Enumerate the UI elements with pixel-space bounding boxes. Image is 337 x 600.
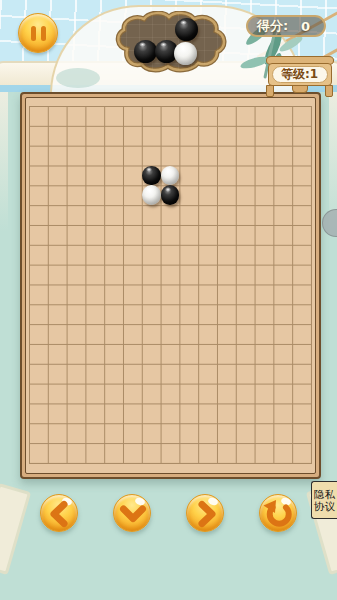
level-sign-leg	[266, 85, 274, 97]
chevron-down-icon	[114, 495, 152, 533]
board-grid[interactable]	[29, 106, 312, 464]
pause-icon	[31, 26, 36, 41]
undo-icon	[260, 495, 298, 533]
privacy-line1: 隐私	[314, 488, 335, 500]
board-stone-black	[161, 185, 180, 205]
level-sign-leg	[325, 85, 333, 97]
undo-button[interactable]	[259, 494, 297, 532]
chevron-left-icon	[41, 495, 79, 533]
privacy-agreement-button[interactable]: 隐私 协议	[311, 481, 337, 519]
game-board	[20, 92, 321, 479]
tray-stone-black	[134, 40, 157, 63]
left-wall-decoration	[0, 92, 8, 232]
level-sign-body: 等级:1	[268, 63, 332, 86]
pause-button[interactable]	[18, 13, 58, 53]
level-label: 等级:1	[272, 66, 328, 83]
pause-icon	[41, 26, 46, 41]
move-right-button[interactable]	[186, 494, 224, 532]
board-field	[25, 97, 316, 474]
score-value: 0	[301, 19, 310, 34]
score-label: 得分:	[257, 17, 288, 35]
board-stone-white	[161, 166, 180, 186]
control-bar	[0, 494, 337, 532]
move-down-button[interactable]	[113, 494, 151, 532]
move-left-button[interactable]	[40, 494, 78, 532]
game-screen: 得分: 0 等级:1	[0, 0, 337, 600]
tray-stones	[113, 11, 231, 73]
level-sign: 等级:1	[262, 56, 337, 102]
level-sign-legs	[262, 86, 337, 98]
tray-stone-white	[174, 42, 197, 65]
board-stone-white	[142, 185, 161, 205]
board-stones	[29, 106, 311, 463]
tray-stone-black	[175, 18, 198, 41]
next-stones-tray	[113, 11, 231, 73]
ink-wash-decoration	[56, 68, 100, 88]
board-stone-black	[142, 166, 161, 186]
floating-handle[interactable]	[322, 209, 337, 237]
score-display: 得分: 0	[246, 15, 326, 37]
chevron-right-icon	[187, 495, 225, 533]
level-sign-ornament	[292, 85, 308, 93]
privacy-line2: 协议	[314, 500, 335, 512]
